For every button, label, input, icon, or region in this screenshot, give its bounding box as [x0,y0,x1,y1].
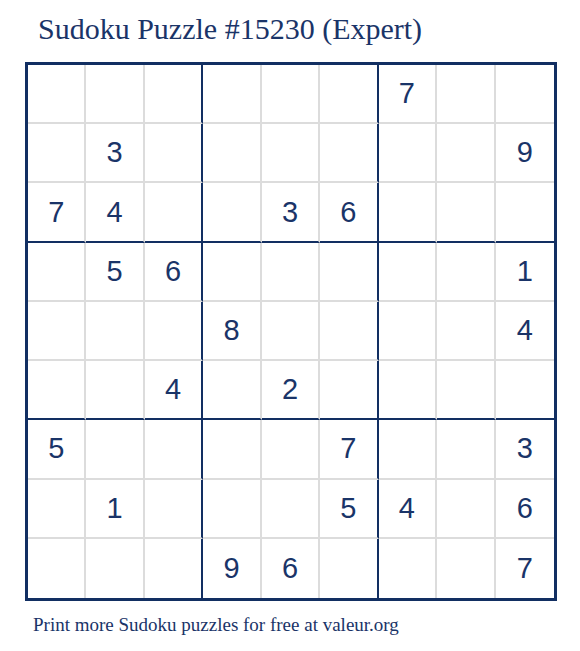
cell-r9c2 [86,539,144,598]
cell-r7c3 [145,420,203,479]
cell-r1c6 [320,65,378,124]
cell-r5c7 [379,302,437,361]
cell-r2c1 [28,124,86,183]
cell-r4c6 [320,243,378,302]
cell-r1c9 [496,65,554,124]
cell-r5c2 [86,302,144,361]
cell-r8c6: 5 [320,480,378,539]
given-digit: 9 [223,554,239,583]
cell-r3c6: 6 [320,183,378,242]
cell-r3c2: 4 [86,183,144,242]
cell-r8c4 [203,480,261,539]
cell-r3c4 [203,183,261,242]
cell-r5c4: 8 [203,302,261,361]
cell-r8c9: 6 [496,480,554,539]
cell-r5c8 [437,302,495,361]
cell-r5c3 [145,302,203,361]
cell-r2c2: 3 [86,124,144,183]
given-digit: 7 [399,79,415,108]
cell-r8c1 [28,480,86,539]
cell-r1c4 [203,65,261,124]
cell-r6c8 [437,361,495,420]
cell-r9c1 [28,539,86,598]
cell-r5c9: 4 [496,302,554,361]
given-digit: 4 [399,494,415,523]
cell-r6c6 [320,361,378,420]
cell-r6c5: 2 [262,361,320,420]
page: { "game": "sudoku", "header": { "title":… [0,0,580,651]
cell-r9c5: 6 [262,539,320,598]
given-digit: 3 [107,138,123,167]
cell-r8c8 [437,480,495,539]
given-digit: 4 [517,316,533,345]
cell-r2c9: 9 [496,124,554,183]
given-digit: 3 [282,198,298,227]
cell-r7c6: 7 [320,420,378,479]
cell-r2c4 [203,124,261,183]
cell-r9c7 [379,539,437,598]
cell-r7c5 [262,420,320,479]
given-digit: 1 [517,257,533,286]
cell-r7c7 [379,420,437,479]
cell-r7c1: 5 [28,420,86,479]
cell-r1c3 [145,65,203,124]
cell-r2c3 [145,124,203,183]
cell-r5c6 [320,302,378,361]
cell-r4c4 [203,243,261,302]
cell-r9c4: 9 [203,539,261,598]
sudoku-board: 739743656184425731546967 [25,62,557,601]
cell-r8c7: 4 [379,480,437,539]
cell-r4c2: 5 [86,243,144,302]
cell-r7c9: 3 [496,420,554,479]
cell-r7c4 [203,420,261,479]
cell-r8c5 [262,480,320,539]
cell-r9c9: 7 [496,539,554,598]
cell-r5c5 [262,302,320,361]
given-digit: 1 [107,494,123,523]
cell-r4c9: 1 [496,243,554,302]
cell-r3c9 [496,183,554,242]
cell-r3c7 [379,183,437,242]
cell-r2c5 [262,124,320,183]
cell-r4c8 [437,243,495,302]
given-digit: 9 [517,138,533,167]
cell-r6c7 [379,361,437,420]
cell-r1c5 [262,65,320,124]
cell-r4c1 [28,243,86,302]
given-digit: 7 [340,434,356,463]
cell-r9c6 [320,539,378,598]
given-digit: 6 [340,198,356,227]
given-digit: 6 [282,554,298,583]
cell-r7c8 [437,420,495,479]
cell-r4c5 [262,243,320,302]
given-digit: 4 [107,198,123,227]
cell-r4c3: 6 [145,243,203,302]
given-digit: 8 [223,316,239,345]
cell-r7c2 [86,420,144,479]
cell-r5c1 [28,302,86,361]
cell-r2c8 [437,124,495,183]
cell-r6c9 [496,361,554,420]
given-digit: 6 [165,257,181,286]
cell-r4c7 [379,243,437,302]
cell-r2c6 [320,124,378,183]
given-digit: 2 [282,375,298,404]
cell-r1c1 [28,65,86,124]
cell-r6c3: 4 [145,361,203,420]
page-title: Sudoku Puzzle #15230 (Expert) [38,12,422,46]
given-digit: 5 [340,494,356,523]
cell-r2c7 [379,124,437,183]
cell-r1c7: 7 [379,65,437,124]
cell-r3c5: 3 [262,183,320,242]
cell-r3c1: 7 [28,183,86,242]
cell-r9c8 [437,539,495,598]
cell-r1c2 [86,65,144,124]
footer-note: Print more Sudoku puzzles for free at va… [33,614,399,636]
given-digit: 4 [165,375,181,404]
cell-r6c2 [86,361,144,420]
given-digit: 7 [48,198,64,227]
given-digit: 7 [517,554,533,583]
cell-r9c3 [145,539,203,598]
cell-r1c8 [437,65,495,124]
cell-r3c8 [437,183,495,242]
given-digit: 5 [107,257,123,286]
given-digit: 3 [517,434,533,463]
cell-r8c2: 1 [86,480,144,539]
given-digit: 5 [48,434,64,463]
given-digit: 6 [517,494,533,523]
cell-r8c3 [145,480,203,539]
cell-r6c4 [203,361,261,420]
cell-r3c3 [145,183,203,242]
cell-r6c1 [28,361,86,420]
